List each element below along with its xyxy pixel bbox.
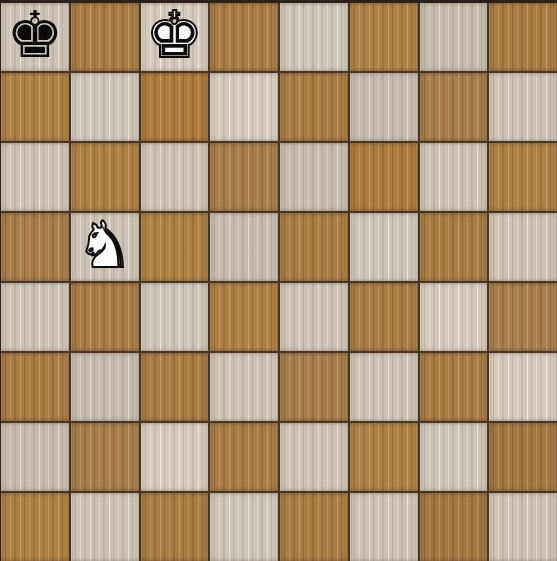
square-a5[interactable] [1,213,69,281]
square-c5[interactable] [141,213,209,281]
square-g8[interactable] [420,3,488,71]
square-a7[interactable] [1,73,69,141]
square-a4[interactable] [1,283,69,351]
square-c8[interactable]: ♚ [141,3,209,71]
square-e4[interactable] [280,283,348,351]
square-a3[interactable] [1,353,69,421]
square-a2[interactable] [1,423,69,491]
chess-board-window: ♚♚♞ [0,0,557,561]
square-h4[interactable] [489,283,557,351]
square-c6[interactable] [141,143,209,211]
square-c4[interactable] [141,283,209,351]
square-g7[interactable] [420,73,488,141]
square-e3[interactable] [280,353,348,421]
square-b6[interactable] [71,143,139,211]
square-g4[interactable] [420,283,488,351]
square-c7[interactable] [141,73,209,141]
square-e7[interactable] [280,73,348,141]
square-b1[interactable] [71,493,139,561]
square-f7[interactable] [350,73,418,141]
square-e6[interactable] [280,143,348,211]
square-d3[interactable] [210,353,278,421]
square-b5[interactable]: ♞ [71,213,139,281]
square-e1[interactable] [280,493,348,561]
square-h1[interactable] [489,493,557,561]
square-d1[interactable] [210,493,278,561]
square-f5[interactable] [350,213,418,281]
square-f1[interactable] [350,493,418,561]
square-f8[interactable] [350,3,418,71]
square-e8[interactable] [280,3,348,71]
square-d6[interactable] [210,143,278,211]
square-h3[interactable] [489,353,557,421]
square-b4[interactable] [71,283,139,351]
square-a6[interactable] [1,143,69,211]
square-h2[interactable] [489,423,557,491]
square-g2[interactable] [420,423,488,491]
square-f2[interactable] [350,423,418,491]
chess-board: ♚♚♞ [1,3,557,561]
square-d7[interactable] [210,73,278,141]
square-c2[interactable] [141,423,209,491]
square-b3[interactable] [71,353,139,421]
square-c1[interactable] [141,493,209,561]
square-b8[interactable] [71,3,139,71]
square-d2[interactable] [210,423,278,491]
square-a8[interactable]: ♚ [1,3,69,71]
white-king[interactable]: ♚ [146,3,203,67]
square-g1[interactable] [420,493,488,561]
black-king[interactable]: ♚ [6,3,63,67]
square-b2[interactable] [71,423,139,491]
square-d5[interactable] [210,213,278,281]
square-h7[interactable] [489,73,557,141]
white-knight[interactable]: ♞ [76,213,133,277]
square-h6[interactable] [489,143,557,211]
square-g3[interactable] [420,353,488,421]
square-f4[interactable] [350,283,418,351]
square-b7[interactable] [71,73,139,141]
square-f6[interactable] [350,143,418,211]
square-h8[interactable] [489,3,557,71]
square-a1[interactable] [1,493,69,561]
square-g5[interactable] [420,213,488,281]
square-c3[interactable] [141,353,209,421]
square-h5[interactable] [489,213,557,281]
square-d8[interactable] [210,3,278,71]
square-e2[interactable] [280,423,348,491]
square-e5[interactable] [280,213,348,281]
square-g6[interactable] [420,143,488,211]
square-f3[interactable] [350,353,418,421]
square-d4[interactable] [210,283,278,351]
